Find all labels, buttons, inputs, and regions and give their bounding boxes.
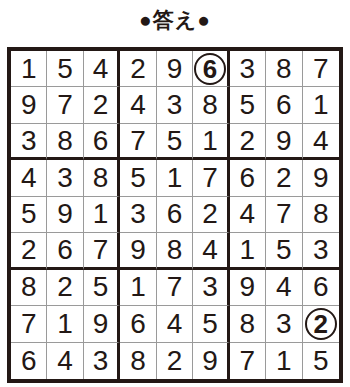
sudoku-cell-r7c4: 1 (120, 270, 156, 306)
sudoku-cell-r2c9: 1 (303, 87, 339, 123)
sudoku-cell-r9c2: 4 (47, 343, 83, 379)
sudoku-cell-r4c7: 6 (230, 160, 266, 196)
sudoku-cell-r2c2: 7 (47, 87, 83, 123)
sudoku-cell-r7c3: 5 (84, 270, 120, 306)
sudoku-cell-r1c3: 4 (84, 51, 120, 87)
sudoku-cell-r5c3: 1 (84, 197, 120, 233)
sudoku-cell-r5c5: 6 (157, 197, 193, 233)
sudoku-cell-r9c9: 5 (303, 343, 339, 379)
sudoku-cell-r8c9: 2 (303, 306, 339, 342)
sudoku-board: 1542963879724385613867512944385176295913… (7, 47, 343, 383)
sudoku-cell-r2c1: 9 (11, 87, 47, 123)
sudoku-cell-r9c7: 7 (230, 343, 266, 379)
sudoku-cell-r6c6: 4 (193, 233, 229, 269)
sudoku-cell-r5c8: 7 (266, 197, 302, 233)
sudoku-cell-r7c5: 7 (157, 270, 193, 306)
sudoku-cell-r8c3: 9 (84, 306, 120, 342)
sudoku-cell-r7c2: 2 (47, 270, 83, 306)
sudoku-cell-r2c7: 5 (230, 87, 266, 123)
sudoku-cell-r7c8: 4 (266, 270, 302, 306)
sudoku-cell-r7c9: 6 (303, 270, 339, 306)
sudoku-cell-r5c7: 4 (230, 197, 266, 233)
sudoku-cell-r3c2: 8 (47, 124, 83, 160)
sudoku-cell-r4c9: 9 (303, 160, 339, 196)
sudoku-cell-r9c3: 3 (84, 343, 120, 379)
sudoku-cell-r8c1: 7 (11, 306, 47, 342)
sudoku-cell-r6c9: 3 (303, 233, 339, 269)
sudoku-cell-r8c4: 6 (120, 306, 156, 342)
sudoku-cell-r9c6: 9 (193, 343, 229, 379)
sudoku-cell-r5c4: 3 (120, 197, 156, 233)
sudoku-cell-r4c8: 2 (266, 160, 302, 196)
sudoku-cell-r6c3: 7 (84, 233, 120, 269)
sudoku-cell-r1c6: 6 (193, 51, 229, 87)
sudoku-cell-r4c3: 8 (84, 160, 120, 196)
sudoku-cell-r3c5: 5 (157, 124, 193, 160)
circled-digit: 2 (305, 308, 337, 340)
sudoku-cell-r4c1: 4 (11, 160, 47, 196)
sudoku-cell-r6c1: 2 (11, 233, 47, 269)
sudoku-cell-r3c7: 2 (230, 124, 266, 160)
sudoku-cell-r2c4: 4 (120, 87, 156, 123)
sudoku-cell-r9c1: 6 (11, 343, 47, 379)
sudoku-cell-r6c7: 1 (230, 233, 266, 269)
sudoku-cell-r1c1: 1 (11, 51, 47, 87)
sudoku-cell-r7c6: 3 (193, 270, 229, 306)
sudoku-cell-r9c5: 2 (157, 343, 193, 379)
sudoku-cell-r3c1: 3 (11, 124, 47, 160)
sudoku-cell-r4c4: 5 (120, 160, 156, 196)
sudoku-cell-r8c6: 5 (193, 306, 229, 342)
sudoku-cell-r2c6: 8 (193, 87, 229, 123)
sudoku-cell-r5c1: 5 (11, 197, 47, 233)
sudoku-cell-r6c2: 6 (47, 233, 83, 269)
sudoku-cell-r6c5: 8 (157, 233, 193, 269)
sudoku-cell-r3c9: 4 (303, 124, 339, 160)
sudoku-cell-r9c4: 8 (120, 343, 156, 379)
sudoku-cell-r8c8: 3 (266, 306, 302, 342)
sudoku-cell-r8c2: 1 (47, 306, 83, 342)
sudoku-cell-r3c4: 7 (120, 124, 156, 160)
sudoku-cell-r1c4: 2 (120, 51, 156, 87)
sudoku-cell-r2c5: 3 (157, 87, 193, 123)
answer-title: ●答え● (0, 5, 350, 35)
sudoku-cell-r5c2: 9 (47, 197, 83, 233)
sudoku-answer-page: ●答え● 15429638797243856138675129443851762… (0, 0, 350, 387)
sudoku-cell-r8c5: 4 (157, 306, 193, 342)
sudoku-cell-r1c5: 9 (157, 51, 193, 87)
sudoku-cell-r1c9: 7 (303, 51, 339, 87)
sudoku-cell-r8c7: 8 (230, 306, 266, 342)
sudoku-cell-r9c8: 1 (266, 343, 302, 379)
sudoku-cell-r3c6: 1 (193, 124, 229, 160)
sudoku-cell-r1c8: 8 (266, 51, 302, 87)
sudoku-cell-r6c4: 9 (120, 233, 156, 269)
sudoku-cell-r2c3: 2 (84, 87, 120, 123)
sudoku-cell-r7c7: 9 (230, 270, 266, 306)
sudoku-cell-r6c8: 5 (266, 233, 302, 269)
sudoku-cell-r4c6: 7 (193, 160, 229, 196)
sudoku-cell-r3c8: 9 (266, 124, 302, 160)
sudoku-cell-r2c8: 6 (266, 87, 302, 123)
sudoku-cell-r3c3: 6 (84, 124, 120, 160)
sudoku-cell-r1c2: 5 (47, 51, 83, 87)
sudoku-cell-r4c2: 3 (47, 160, 83, 196)
circled-digit: 6 (194, 53, 226, 85)
sudoku-cell-r7c1: 8 (11, 270, 47, 306)
sudoku-cell-r5c6: 2 (193, 197, 229, 233)
sudoku-cell-r4c5: 1 (157, 160, 193, 196)
sudoku-cell-r5c9: 8 (303, 197, 339, 233)
sudoku-cell-r1c7: 3 (230, 51, 266, 87)
